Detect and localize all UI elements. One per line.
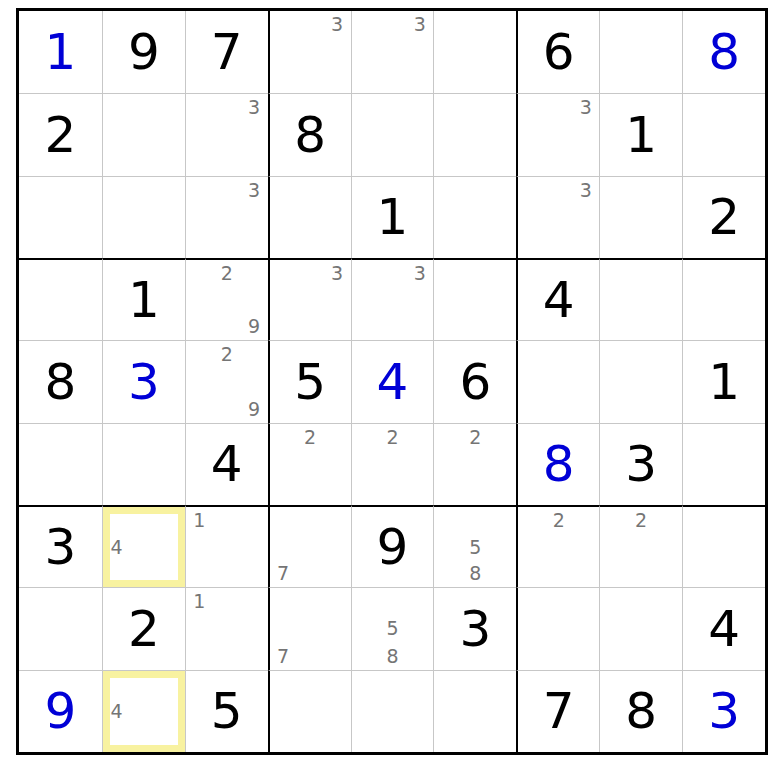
cell-r5c2[interactable]: 3 bbox=[102, 340, 185, 422]
pencil-mark-9: 9 bbox=[240, 396, 267, 423]
solved-digit: 4 bbox=[377, 357, 409, 407]
solved-digit: 3 bbox=[708, 686, 740, 736]
pencil-mark-9: 9 bbox=[240, 314, 267, 341]
given-digit: 4 bbox=[708, 604, 740, 654]
given-digit: 3 bbox=[625, 439, 657, 489]
cell-r5c6[interactable]: 6 bbox=[433, 340, 516, 422]
cell-r9c8[interactable]: 8 bbox=[599, 670, 682, 752]
given-digit: 7 bbox=[211, 27, 243, 77]
cell-r4c6[interactable] bbox=[433, 258, 516, 340]
pencil-mark-3: 3 bbox=[406, 260, 433, 287]
given-digit: 6 bbox=[543, 27, 575, 77]
cell-r3c7[interactable]: 3 bbox=[516, 176, 599, 258]
cell-r3c6[interactable] bbox=[433, 176, 516, 258]
pencil-mark-2: 2 bbox=[379, 424, 406, 451]
given-digit: 2 bbox=[708, 192, 740, 242]
pencil-mark-5: 5 bbox=[379, 615, 406, 642]
cell-r5c1[interactable]: 8 bbox=[19, 340, 102, 422]
cell-r7c8[interactable]: 2 bbox=[599, 505, 682, 587]
cell-r7c6[interactable]: 58 bbox=[433, 505, 516, 587]
cell-r3c5[interactable]: 1 bbox=[351, 176, 434, 258]
given-digit: 6 bbox=[459, 357, 491, 407]
cell-r5c8[interactable] bbox=[599, 340, 682, 422]
cell-r4c4[interactable]: 3 bbox=[268, 258, 351, 340]
cell-r6c2[interactable] bbox=[102, 423, 185, 505]
given-digit: 2 bbox=[128, 604, 160, 654]
given-digit: 5 bbox=[294, 357, 326, 407]
given-digit: 8 bbox=[45, 357, 77, 407]
cell-r2c5[interactable] bbox=[351, 93, 434, 175]
cell-r8c3[interactable]: 1 bbox=[185, 587, 268, 669]
cell-r1c7[interactable]: 6 bbox=[516, 11, 599, 93]
cell-r7c5[interactable]: 9 bbox=[351, 505, 434, 587]
given-digit: 8 bbox=[625, 686, 657, 736]
cell-r9c5[interactable] bbox=[351, 670, 434, 752]
cell-r3c4[interactable] bbox=[268, 176, 351, 258]
cell-r9c2[interactable]: 4 bbox=[102, 670, 185, 752]
cell-r4c8[interactable] bbox=[599, 258, 682, 340]
pencil-mark-8: 8 bbox=[462, 561, 489, 588]
cell-r8c2[interactable]: 2 bbox=[102, 587, 185, 669]
cell-r9c6[interactable] bbox=[433, 670, 516, 752]
given-digit: 4 bbox=[211, 439, 243, 489]
cell-r2c8[interactable]: 1 bbox=[599, 93, 682, 175]
pencil-mark-3: 3 bbox=[324, 260, 351, 287]
given-digit: 8 bbox=[294, 110, 326, 160]
pencil-mark-3: 3 bbox=[240, 94, 267, 121]
cell-r4c1[interactable] bbox=[19, 258, 102, 340]
pencil-mark-2: 2 bbox=[462, 424, 489, 451]
cell-r7c3[interactable]: 1 bbox=[185, 505, 268, 587]
cell-r9c9[interactable]: 3 bbox=[682, 670, 765, 752]
cell-r7c9[interactable] bbox=[682, 505, 765, 587]
given-digit: 4 bbox=[543, 275, 575, 325]
cell-r5c3[interactable]: 29 bbox=[185, 340, 268, 422]
cell-r4c3[interactable]: 29 bbox=[185, 258, 268, 340]
pencil-mark-3: 3 bbox=[572, 177, 599, 204]
cell-r2c3[interactable]: 3 bbox=[185, 93, 268, 175]
given-digit: 1 bbox=[128, 275, 160, 325]
cell-r8c9[interactable]: 4 bbox=[682, 587, 765, 669]
cell-r7c4[interactable]: 7 bbox=[268, 505, 351, 587]
cell-r2c9[interactable] bbox=[682, 93, 765, 175]
cell-r9c7[interactable]: 7 bbox=[516, 670, 599, 752]
cell-r3c9[interactable]: 2 bbox=[682, 176, 765, 258]
cell-r1c3[interactable]: 7 bbox=[185, 11, 268, 93]
cell-r3c1[interactable] bbox=[19, 176, 102, 258]
cell-r8c1[interactable] bbox=[19, 587, 102, 669]
cell-r1c2[interactable]: 9 bbox=[102, 11, 185, 93]
cell-r3c8[interactable] bbox=[599, 176, 682, 258]
cell-r6c5[interactable]: 2 bbox=[351, 423, 434, 505]
cell-r6c3[interactable]: 4 bbox=[185, 423, 268, 505]
given-digit: 9 bbox=[377, 522, 409, 572]
pencil-mark-4: 4 bbox=[103, 698, 130, 725]
pencil-mark-3: 3 bbox=[406, 11, 433, 38]
cell-r2c4[interactable]: 8 bbox=[268, 93, 351, 175]
pencil-mark-2: 2 bbox=[213, 341, 240, 368]
solved-digit: 8 bbox=[543, 439, 575, 489]
cell-r6c7[interactable]: 8 bbox=[516, 423, 599, 505]
pencil-mark-1: 1 bbox=[186, 507, 213, 534]
given-digit: 7 bbox=[543, 686, 575, 736]
cell-r5c9[interactable]: 1 bbox=[682, 340, 765, 422]
cell-r4c7[interactable]: 4 bbox=[516, 258, 599, 340]
cell-r8c4[interactable]: 7 bbox=[268, 587, 351, 669]
pencil-mark-7: 7 bbox=[270, 561, 297, 588]
cell-r1c4[interactable]: 3 bbox=[268, 11, 351, 93]
given-digit: 1 bbox=[377, 192, 409, 242]
cell-r3c3[interactable]: 3 bbox=[185, 176, 268, 258]
cell-r4c9[interactable] bbox=[682, 258, 765, 340]
pencil-mark-5: 5 bbox=[462, 534, 489, 561]
cell-r9c1[interactable]: 9 bbox=[19, 670, 102, 752]
sudoku-board: 1973368238313132129334832954614222833417… bbox=[16, 8, 768, 755]
solved-digit: 9 bbox=[45, 686, 77, 736]
pencil-mark-2: 2 bbox=[297, 424, 324, 451]
pencil-mark-7: 7 bbox=[270, 643, 297, 670]
cell-r8c5[interactable]: 58 bbox=[351, 587, 434, 669]
cell-r7c7[interactable]: 2 bbox=[516, 505, 599, 587]
cell-r5c4[interactable]: 5 bbox=[268, 340, 351, 422]
solved-digit: 8 bbox=[708, 27, 740, 77]
cell-r1c9[interactable]: 8 bbox=[682, 11, 765, 93]
cell-r1c1[interactable]: 1 bbox=[19, 11, 102, 93]
cell-r2c1[interactable]: 2 bbox=[19, 93, 102, 175]
cell-r9c3[interactable]: 5 bbox=[185, 670, 268, 752]
given-digit: 3 bbox=[459, 604, 491, 654]
cell-r2c2[interactable] bbox=[102, 93, 185, 175]
solved-digit: 1 bbox=[45, 27, 77, 77]
cell-r1c6[interactable] bbox=[433, 11, 516, 93]
cell-r4c2[interactable]: 1 bbox=[102, 258, 185, 340]
pencil-mark-2: 2 bbox=[628, 507, 655, 534]
given-digit: 5 bbox=[211, 686, 243, 736]
cell-r3c2[interactable] bbox=[102, 176, 185, 258]
cell-r1c5[interactable]: 3 bbox=[351, 11, 434, 93]
cell-r5c5[interactable]: 4 bbox=[351, 340, 434, 422]
given-digit: 9 bbox=[128, 27, 160, 77]
solved-digit: 3 bbox=[128, 357, 160, 407]
cell-r8c8[interactable] bbox=[599, 587, 682, 669]
cell-r7c2[interactable]: 4 bbox=[102, 505, 185, 587]
cell-r4c5[interactable]: 3 bbox=[351, 258, 434, 340]
cell-r6c8[interactable]: 3 bbox=[599, 423, 682, 505]
pencil-mark-3: 3 bbox=[572, 94, 599, 121]
pencil-mark-2: 2 bbox=[213, 260, 240, 287]
cell-r2c6[interactable] bbox=[433, 93, 516, 175]
cell-r8c7[interactable] bbox=[516, 587, 599, 669]
given-digit: 3 bbox=[45, 522, 77, 572]
cell-r2c7[interactable]: 3 bbox=[516, 93, 599, 175]
pencil-mark-4: 4 bbox=[103, 534, 130, 561]
pencil-mark-3: 3 bbox=[324, 11, 351, 38]
pencil-mark-2: 2 bbox=[545, 507, 572, 534]
cell-r1c8[interactable] bbox=[599, 11, 682, 93]
pencil-mark-3: 3 bbox=[240, 177, 267, 204]
cell-r8c6[interactable]: 3 bbox=[433, 587, 516, 669]
cell-r9c4[interactable] bbox=[268, 670, 351, 752]
cell-r6c1[interactable] bbox=[19, 423, 102, 505]
cell-r7c1[interactable]: 3 bbox=[19, 505, 102, 587]
cell-r5c7[interactable] bbox=[516, 340, 599, 422]
given-digit: 1 bbox=[625, 110, 657, 160]
cell-r6c9[interactable] bbox=[682, 423, 765, 505]
pencil-mark-8: 8 bbox=[379, 643, 406, 670]
pencil-mark-1: 1 bbox=[186, 588, 213, 615]
cell-r6c6[interactable]: 2 bbox=[433, 423, 516, 505]
given-digit: 1 bbox=[708, 357, 740, 407]
cell-r6c4[interactable]: 2 bbox=[268, 423, 351, 505]
given-digit: 2 bbox=[45, 110, 77, 160]
